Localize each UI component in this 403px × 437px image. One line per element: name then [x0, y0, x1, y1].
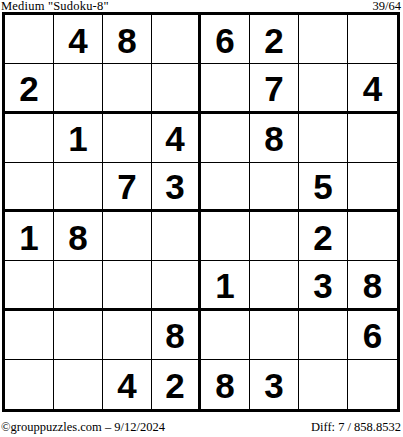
cell-r4c6-empty[interactable]: [250, 163, 299, 212]
cell-r6c4-empty[interactable]: [152, 261, 201, 310]
given-digit: 8: [363, 268, 382, 303]
given-digit: 7: [117, 169, 136, 204]
cell-r2c7-empty[interactable]: [299, 64, 348, 113]
cell-r7c4-given-8[interactable]: 8: [152, 311, 201, 360]
cell-r8c5-given-8[interactable]: 8: [201, 360, 250, 409]
cell-r6c8-given-8[interactable]: 8: [348, 261, 397, 310]
cell-r7c2-empty[interactable]: [54, 311, 103, 360]
copyright-text: ©grouppuzzles.com – 9/12/2024: [1, 421, 165, 434]
cell-r2c1-given-2[interactable]: 2: [5, 64, 54, 113]
cell-r2c6-given-7[interactable]: 7: [250, 64, 299, 113]
cell-r4c3-given-7[interactable]: 7: [103, 163, 152, 212]
cell-r1c2-given-4[interactable]: 4: [54, 15, 103, 64]
given-digit: 8: [117, 23, 136, 58]
given-digit: 4: [165, 121, 184, 156]
given-digit: 1: [19, 220, 38, 255]
cell-r5c1-given-1[interactable]: 1: [5, 212, 54, 261]
given-digit: 3: [313, 268, 332, 303]
cell-r7c5-empty[interactable]: [201, 311, 250, 360]
given-digit: 8: [68, 220, 87, 255]
cell-r4c8-empty[interactable]: [348, 163, 397, 212]
cell-r3c3-empty[interactable]: [103, 114, 152, 163]
cell-r5c4-empty[interactable]: [152, 212, 201, 261]
cell-r3c1-empty[interactable]: [5, 114, 54, 163]
given-digit: 8: [165, 318, 184, 353]
cell-r4c1-empty[interactable]: [5, 163, 54, 212]
cell-r1c4-empty[interactable]: [152, 15, 201, 64]
cell-r8c4-given-2[interactable]: 2: [152, 360, 201, 409]
given-digit: 8: [215, 368, 234, 403]
given-digit: 2: [313, 220, 332, 255]
given-digit: 2: [19, 71, 38, 106]
cell-r8c3-given-4[interactable]: 4: [103, 360, 152, 409]
given-digit: 4: [117, 368, 136, 403]
cell-r6c2-empty[interactable]: [54, 261, 103, 310]
cell-r4c5-empty[interactable]: [201, 163, 250, 212]
cell-r6c7-given-3[interactable]: 3: [299, 261, 348, 310]
given-digit: 3: [165, 169, 184, 204]
given-digit: 3: [264, 368, 283, 403]
cell-r7c7-empty[interactable]: [299, 311, 348, 360]
cell-r1c8-empty[interactable]: [348, 15, 397, 64]
cell-r3c5-empty[interactable]: [201, 114, 250, 163]
cell-r7c1-empty[interactable]: [5, 311, 54, 360]
cell-r8c2-empty[interactable]: [54, 360, 103, 409]
empty-cell-counter: 39/64: [373, 0, 401, 12]
cell-r4c2-empty[interactable]: [54, 163, 103, 212]
cell-r2c8-given-4[interactable]: 4: [348, 64, 397, 113]
cell-r4c4-given-3[interactable]: 3: [152, 163, 201, 212]
cell-r1c5-given-6[interactable]: 6: [201, 15, 250, 64]
given-digit: 1: [68, 121, 87, 156]
cell-r1c1-empty[interactable]: [5, 15, 54, 64]
given-digit: 1: [215, 268, 234, 303]
cell-r4c7-given-5[interactable]: 5: [299, 163, 348, 212]
given-digit: 2: [264, 23, 283, 58]
given-digit: 6: [363, 318, 382, 353]
cell-r1c6-given-2[interactable]: 2: [250, 15, 299, 64]
page-title: Medium "Sudoku-8": [1, 0, 109, 12]
header: Medium "Sudoku-8" 39/64: [1, 0, 401, 12]
cell-r7c8-given-6[interactable]: 6: [348, 311, 397, 360]
difficulty-text: Diff: 7 / 858.8532: [311, 421, 401, 434]
cell-r5c5-empty[interactable]: [201, 212, 250, 261]
cell-r6c5-given-1[interactable]: 1: [201, 261, 250, 310]
cell-r5c6-empty[interactable]: [250, 212, 299, 261]
sudoku-board: 4862274148735182138864283: [2, 12, 400, 412]
footer: ©grouppuzzles.com – 9/12/2024 Diff: 7 / …: [1, 421, 401, 434]
given-digit: 7: [264, 71, 283, 106]
cell-r8c6-given-3[interactable]: 3: [250, 360, 299, 409]
cell-r7c3-empty[interactable]: [103, 311, 152, 360]
cell-r5c7-given-2[interactable]: 2: [299, 212, 348, 261]
cell-r2c4-empty[interactable]: [152, 64, 201, 113]
cell-r3c2-given-1[interactable]: 1: [54, 114, 103, 163]
cell-r1c7-empty[interactable]: [299, 15, 348, 64]
cell-r5c3-empty[interactable]: [103, 212, 152, 261]
cell-r5c8-empty[interactable]: [348, 212, 397, 261]
cell-r3c4-given-4[interactable]: 4: [152, 114, 201, 163]
cell-r3c6-given-8[interactable]: 8: [250, 114, 299, 163]
cell-r8c8-empty[interactable]: [348, 360, 397, 409]
given-digit: 4: [68, 23, 87, 58]
cell-r3c8-empty[interactable]: [348, 114, 397, 163]
given-digit: 5: [313, 169, 332, 204]
given-digit: 8: [264, 121, 283, 156]
cell-r6c6-empty[interactable]: [250, 261, 299, 310]
cell-r2c5-empty[interactable]: [201, 64, 250, 113]
sudoku-page: Medium "Sudoku-8" 39/64 4862274148735182…: [0, 0, 403, 437]
cell-r5c2-given-8[interactable]: 8: [54, 212, 103, 261]
cell-r2c2-empty[interactable]: [54, 64, 103, 113]
cell-r7c6-empty[interactable]: [250, 311, 299, 360]
given-digit: 2: [165, 368, 184, 403]
given-digit: 4: [363, 71, 382, 106]
given-digit: 6: [215, 23, 234, 58]
cell-r6c3-empty[interactable]: [103, 261, 152, 310]
cell-r8c7-empty[interactable]: [299, 360, 348, 409]
cell-r3c7-empty[interactable]: [299, 114, 348, 163]
cell-r6c1-empty[interactable]: [5, 261, 54, 310]
cell-r2c3-empty[interactable]: [103, 64, 152, 113]
cell-r1c3-given-8[interactable]: 8: [103, 15, 152, 64]
cell-r8c1-empty[interactable]: [5, 360, 54, 409]
